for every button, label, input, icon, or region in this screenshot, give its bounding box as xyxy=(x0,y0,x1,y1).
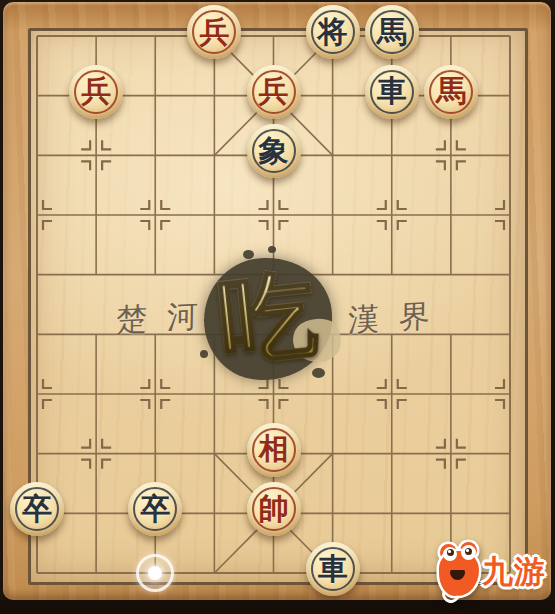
piece-character: 将 xyxy=(306,5,360,59)
piece-black-chariot[interactable]: 車 xyxy=(365,65,419,119)
mascot-eye xyxy=(461,545,476,560)
piece-black-elephant[interactable]: 象 xyxy=(247,124,301,178)
piece-red-horse[interactable]: 馬 xyxy=(424,65,478,119)
piece-character: 卒 xyxy=(128,482,182,536)
piece-character: 馬 xyxy=(365,5,419,59)
piece-red-elephant[interactable]: 相 xyxy=(247,423,301,477)
piece-red-general[interactable]: 帥 xyxy=(247,482,301,536)
piece-black-general[interactable]: 将 xyxy=(306,5,360,59)
piece-character: 帥 xyxy=(247,482,301,536)
piece-red-pawn[interactable]: 兵 xyxy=(247,65,301,119)
piece-black-pawn[interactable]: 卒 xyxy=(128,482,182,536)
piece-black-horse[interactable]: 馬 xyxy=(365,5,419,59)
9game-logo-text: 九游 xyxy=(482,551,546,593)
9game-watermark: 九游 xyxy=(434,538,555,604)
piece-character: 車 xyxy=(306,542,360,596)
game-screen: 楚河 漢界 兵将馬兵兵車馬象相卒卒帥車 吃 九游 xyxy=(0,0,555,614)
piece-character: 兵 xyxy=(69,65,123,119)
piece-black-chariot[interactable]: 車 xyxy=(306,542,360,596)
piece-character: 兵 xyxy=(247,65,301,119)
piece-red-pawn[interactable]: 兵 xyxy=(69,65,123,119)
piece-character: 相 xyxy=(247,423,301,477)
mascot-pupil xyxy=(447,549,454,556)
piece-character: 卒 xyxy=(10,482,64,536)
piece-character: 兵 xyxy=(187,5,241,59)
piece-character: 車 xyxy=(365,65,419,119)
river-label-han-jie: 漢界 xyxy=(348,294,451,341)
river-label-chu-he: 楚河 xyxy=(116,294,219,341)
piece-character: 象 xyxy=(247,124,301,178)
mascot-eye xyxy=(443,547,457,561)
piece-red-pawn[interactable]: 兵 xyxy=(187,5,241,59)
9game-mascot-icon xyxy=(437,541,483,601)
mascot-pupil xyxy=(465,548,472,555)
piece-black-pawn[interactable]: 卒 xyxy=(10,482,64,536)
piece-character: 馬 xyxy=(424,65,478,119)
